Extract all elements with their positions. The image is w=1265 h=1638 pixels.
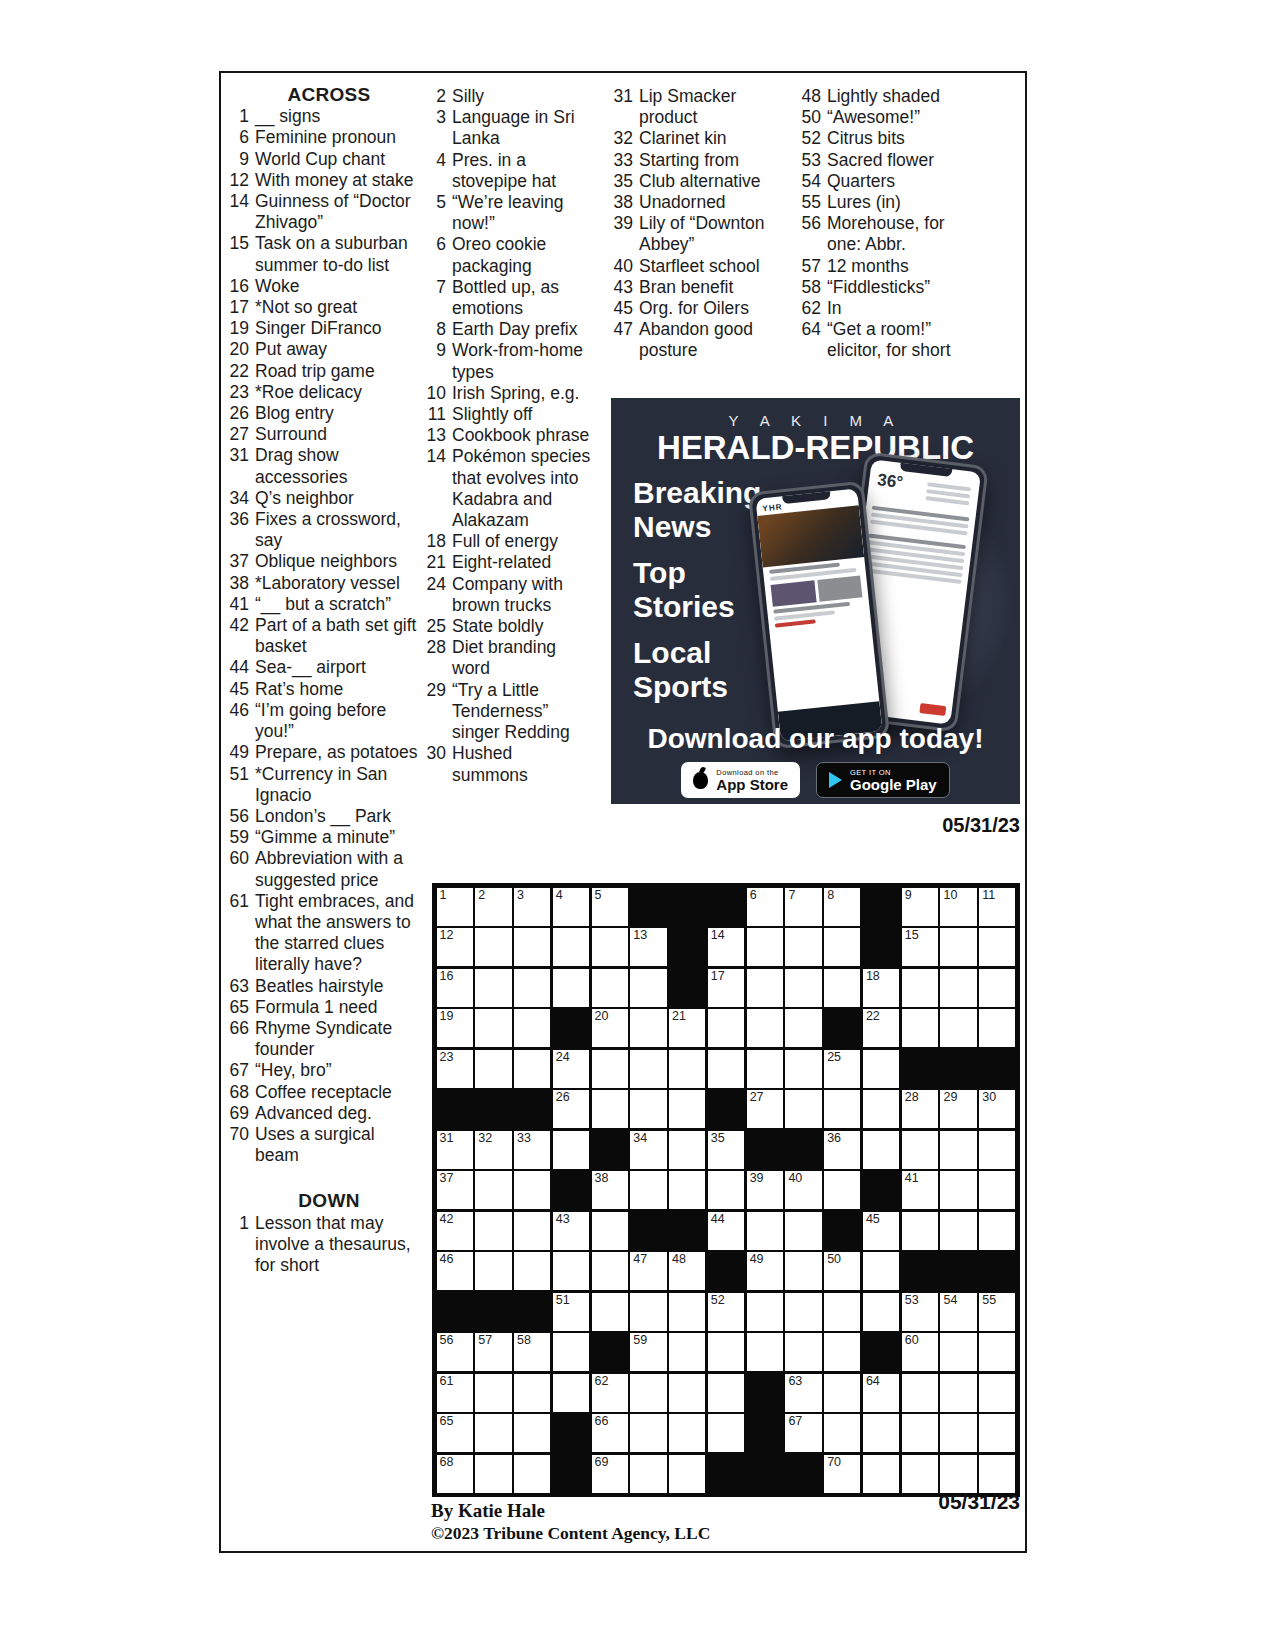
grid-cell-number: 45	[866, 1212, 880, 1226]
grid-cell[interactable]: 9	[902, 888, 938, 926]
grid-cell[interactable]: 61	[437, 1374, 473, 1412]
grid-cell[interactable]	[940, 1374, 976, 1412]
grid-cell[interactable]	[669, 1171, 705, 1209]
ad-cta: Download our app today!	[611, 723, 1020, 755]
grid-cell[interactable]	[940, 969, 976, 1007]
grid-cell-number: 39	[750, 1171, 764, 1185]
app-promo-ad: Y A K I M A HERALD-REPUBLIC Breaking New…	[611, 398, 1020, 804]
down-clue-50: 50“Awesome!”	[794, 107, 972, 128]
grid-cell[interactable]: 21	[669, 1009, 705, 1047]
clue-list-header: DOWN	[240, 1190, 418, 1211]
grid-cell[interactable]	[940, 1171, 976, 1209]
grid-cell[interactable]	[475, 1212, 511, 1250]
ad-feature-top-stories: Top Stories	[633, 556, 763, 624]
grid-cell[interactable]: 38	[592, 1171, 628, 1209]
grid-cell-number: 56	[440, 1333, 454, 1347]
down-clue-56: 56Morehouse, for one: Abbr.	[794, 213, 972, 255]
grid-cell[interactable]: 18	[863, 969, 899, 1007]
grid-cell[interactable]	[824, 1333, 860, 1371]
grid-cell-number: 61	[440, 1374, 454, 1388]
grid-cell[interactable]	[979, 1171, 1015, 1209]
across-clue-49: 49Prepare, as potatoes	[222, 742, 418, 763]
grid-cell[interactable]	[514, 1050, 550, 1088]
down-clue-62: 62In	[794, 298, 972, 319]
grid-cell[interactable]: 64	[863, 1374, 899, 1412]
grid-cell[interactable]	[708, 1171, 744, 1209]
grid-cell-black	[747, 1131, 783, 1169]
grid-cell[interactable]: 44	[708, 1212, 744, 1250]
grid-cell[interactable]	[863, 1252, 899, 1290]
grid-cell[interactable]: 43	[553, 1212, 589, 1250]
grid-cell[interactable]: 32	[475, 1131, 511, 1169]
app-store-badge[interactable]: Download on the App Store	[681, 762, 800, 798]
down-clue-9: 9Work-from-home types	[419, 340, 593, 382]
grid-cell[interactable]: 27	[747, 1090, 783, 1128]
grid-cell[interactable]	[863, 1414, 899, 1452]
grid-cell-number: 58	[517, 1333, 531, 1347]
grid-cell[interactable]: 16	[437, 969, 473, 1007]
grid-cell-number: 67	[788, 1414, 802, 1428]
grid-cell[interactable]	[514, 1374, 550, 1412]
grid-cell[interactable]	[940, 1212, 976, 1250]
grid-cell[interactable]	[940, 1131, 976, 1169]
grid-cell[interactable]: 11	[979, 888, 1015, 926]
grid-cell-number: 27	[750, 1090, 764, 1104]
ad-brand: HERALD-REPUBLIC	[611, 429, 1020, 467]
across-clue-68: 68Coffee receptacle	[222, 1082, 418, 1103]
grid-cell[interactable]	[514, 1212, 550, 1250]
grid-cell[interactable]	[747, 969, 783, 1007]
grid-cell-black	[475, 1293, 511, 1331]
across-clue-36: 36Fixes a crossword, say	[222, 509, 418, 551]
down-clue-58: 58“Fiddlesticks”	[794, 277, 972, 298]
grid-cell[interactable]	[514, 1252, 550, 1290]
grid-cell[interactable]: 13	[630, 928, 666, 966]
grid-cell[interactable]	[669, 1455, 705, 1493]
grid-cell[interactable]: 63	[785, 1374, 821, 1412]
across-clue-12: 12With money at stake	[222, 170, 418, 191]
grid-cell[interactable]: 66	[592, 1414, 628, 1452]
grid-cell[interactable]: 34	[630, 1131, 666, 1169]
down-clue-10: 10Irish Spring, e.g.	[419, 383, 593, 404]
grid-cell[interactable]	[824, 1090, 860, 1128]
grid-cell-number: 32	[478, 1131, 492, 1145]
grid-cell-black	[940, 1252, 976, 1290]
grid-cell[interactable]	[708, 1333, 744, 1371]
grid-cell[interactable]	[630, 1009, 666, 1047]
across-clue-27: 27Surround	[222, 424, 418, 445]
grid-cell[interactable]: 31	[437, 1131, 473, 1169]
grid-cell[interactable]: 5	[592, 888, 628, 926]
down-clue-55: 55Lures (in)	[794, 192, 972, 213]
across-clue-46: 46“I’m going before you!”	[222, 700, 418, 742]
grid-cell[interactable]	[979, 969, 1015, 1007]
grid-cell-number: 16	[440, 969, 454, 983]
grid-cell[interactable]: 39	[747, 1171, 783, 1209]
grid-cell[interactable]	[785, 1293, 821, 1331]
down-clue-43: 43Bran benefit	[606, 277, 778, 298]
grid-cell[interactable]: 40	[785, 1171, 821, 1209]
grid-cell-black	[824, 1212, 860, 1250]
grid-cell-number: 23	[440, 1050, 454, 1064]
grid-cell[interactable]: 50	[824, 1252, 860, 1290]
grid-cell[interactable]: 57	[475, 1333, 511, 1371]
grid-cell[interactable]: 8	[824, 888, 860, 926]
grid-cell-black	[553, 1414, 589, 1452]
grid-cell[interactable]	[979, 1455, 1015, 1493]
grid-cell-number: 70	[827, 1455, 841, 1469]
grid-cell-number: 26	[556, 1090, 570, 1104]
grid-cell[interactable]: 2	[475, 888, 511, 926]
grid-cell-number: 64	[866, 1374, 880, 1388]
grid-cell[interactable]	[592, 1050, 628, 1088]
grid-cell[interactable]	[630, 1090, 666, 1128]
grid-cell-number: 42	[440, 1212, 454, 1226]
grid-cell[interactable]	[669, 1131, 705, 1169]
grid-cell[interactable]	[785, 1090, 821, 1128]
app-store-badge-line2: App Store	[716, 777, 788, 792]
down-clue-6: 6Oreo cookie packaging	[419, 234, 593, 276]
down-clue-39: 39Lily of “Downton Abbey”	[606, 213, 778, 255]
grid-cell[interactable]	[863, 1090, 899, 1128]
grid-cell[interactable]	[747, 928, 783, 966]
across-clue-70: 70Uses a surgical beam	[222, 1124, 418, 1166]
grid-cell[interactable]	[708, 1414, 744, 1452]
grid-cell[interactable]	[747, 1293, 783, 1331]
grid-cell-number: 31	[440, 1131, 454, 1145]
grid-cell[interactable]	[785, 1333, 821, 1371]
grid-cell-black	[979, 1252, 1015, 1290]
grid-cell[interactable]: 12	[437, 928, 473, 966]
grid-cell[interactable]	[669, 1414, 705, 1452]
grid-cell[interactable]: 19	[437, 1009, 473, 1047]
play-icon	[829, 772, 842, 788]
grid-cell[interactable]	[902, 969, 938, 1007]
across-clue-9: 9World Cup chant	[222, 149, 418, 170]
grid-cell[interactable]	[514, 1009, 550, 1047]
down-clue-57: 5712 months	[794, 256, 972, 277]
down-clue-4: 4Pres. in a stovepipe hat	[419, 150, 593, 192]
grid-cell[interactable]	[475, 1252, 511, 1290]
grid-cell[interactable]	[824, 1171, 860, 1209]
grid-cell[interactable]: 1	[437, 888, 473, 926]
grid-cell[interactable]: 15	[902, 928, 938, 966]
grid-cell-black	[747, 1374, 783, 1412]
grid-cell[interactable]: 54	[940, 1293, 976, 1331]
grid-cell[interactable]	[475, 1455, 511, 1493]
clue-column-3: 31Lip Smacker product32Clarinet kin33Sta…	[606, 86, 778, 362]
grid-cell-number: 28	[905, 1090, 919, 1104]
grid-cell[interactable]	[475, 928, 511, 966]
grid-cell[interactable]	[630, 1414, 666, 1452]
grid-cell[interactable]	[630, 1171, 666, 1209]
grid-cell[interactable]	[863, 1455, 899, 1493]
grid-cell[interactable]	[979, 1009, 1015, 1047]
grid-cell[interactable]	[669, 1374, 705, 1412]
grid-cell[interactable]	[902, 1212, 938, 1250]
across-clue-14: 14Guinness of “Doctor Zhivago”	[222, 191, 418, 233]
grid-cell-black	[475, 1090, 511, 1128]
grid-cell-number: 12	[440, 928, 454, 942]
across-clue-42: 42Part of a bath set gift basket	[222, 615, 418, 657]
grid-cell[interactable]	[630, 1050, 666, 1088]
grid-cell[interactable]	[514, 928, 550, 966]
grid-cell-number: 41	[905, 1171, 919, 1185]
grid-cell-number: 18	[866, 969, 880, 983]
grid-cell[interactable]	[592, 1090, 628, 1128]
grid-cell[interactable]	[979, 1212, 1015, 1250]
grid-cell-number: 66	[595, 1414, 609, 1428]
grid-cell[interactable]: 29	[940, 1090, 976, 1128]
grid-cell[interactable]	[553, 1333, 589, 1371]
grid-cell-black	[630, 1212, 666, 1250]
grid-cell[interactable]	[630, 969, 666, 1007]
down-clue-64: 64“Get a room!” elicitor, for short	[794, 319, 972, 361]
grid-cell[interactable]	[747, 1009, 783, 1047]
across-clue-38: 38*Laboratory vessel	[222, 573, 418, 594]
grid-cell[interactable]	[514, 1171, 550, 1209]
grid-cell[interactable]	[553, 1252, 589, 1290]
grid-cell[interactable]	[785, 1050, 821, 1088]
grid-cell[interactable]	[785, 1252, 821, 1290]
grid-cell[interactable]	[979, 1414, 1015, 1452]
grid-cell[interactable]: 10	[940, 888, 976, 926]
grid-cell[interactable]: 60	[902, 1333, 938, 1371]
news-thumb	[817, 575, 863, 601]
grid-cell[interactable]	[475, 1374, 511, 1412]
grid-cell-number: 65	[440, 1414, 454, 1428]
grid-cell-number: 55	[982, 1293, 996, 1307]
grid-cell[interactable]	[514, 969, 550, 1007]
grid-cell[interactable]	[785, 1009, 821, 1047]
grid-cell[interactable]: 41	[902, 1171, 938, 1209]
grid-cell[interactable]	[824, 1374, 860, 1412]
grid-cell[interactable]: 4	[553, 888, 589, 926]
grid-cell-number: 60	[905, 1333, 919, 1347]
grid-cell[interactable]: 42	[437, 1212, 473, 1250]
grid-cell-number: 19	[440, 1009, 454, 1023]
grid-cell[interactable]	[708, 1374, 744, 1412]
grid-cell[interactable]: 45	[863, 1212, 899, 1250]
grid-cell-number: 49	[750, 1252, 764, 1266]
down-clue-54: 54Quarters	[794, 171, 972, 192]
down-clue-35: 35Club alternative	[606, 171, 778, 192]
grid-cell[interactable]	[475, 1050, 511, 1088]
grid-cell[interactable]: 6	[747, 888, 783, 926]
grid-cell-black	[669, 888, 705, 926]
grid-cell-black	[553, 1171, 589, 1209]
grid-cell[interactable]: 70	[824, 1455, 860, 1493]
google-play-badge[interactable]: GET IT ON Google Play	[816, 762, 950, 798]
grid-cell[interactable]	[475, 969, 511, 1007]
grid-cell[interactable]	[979, 1333, 1015, 1371]
grid-cell[interactable]	[902, 1374, 938, 1412]
grid-cell[interactable]	[592, 1212, 628, 1250]
grid-cell[interactable]	[863, 1131, 899, 1169]
grid-cell[interactable]: 67	[785, 1414, 821, 1452]
grid-cell-black	[708, 1252, 744, 1290]
grid-cell-number: 30	[982, 1090, 996, 1104]
grid-cell[interactable]	[592, 1293, 628, 1331]
grid-cell-black	[863, 928, 899, 966]
grid-cell-black	[437, 1293, 473, 1331]
grid-cell-number: 21	[672, 1009, 686, 1023]
grid-cell[interactable]: 26	[553, 1090, 589, 1128]
grid-cell[interactable]	[475, 1009, 511, 1047]
news-photo	[757, 505, 864, 567]
grid-cell[interactable]	[708, 1050, 744, 1088]
down-clue-48: 48Lightly shaded	[794, 86, 972, 107]
grid-cell[interactable]	[940, 1414, 976, 1452]
grid-cell[interactable]	[824, 928, 860, 966]
grid-cell-number: 10	[943, 888, 957, 902]
grid-cell[interactable]: 25	[824, 1050, 860, 1088]
grid-cell-number: 14	[711, 928, 725, 942]
grid-cell[interactable]	[630, 1293, 666, 1331]
grid-cell-black	[863, 1171, 899, 1209]
down-clue-40: 40Starfleet school	[606, 256, 778, 277]
across-clue-34: 34Q’s neighbor	[222, 488, 418, 509]
down-clue-14: 14Pokémon species that evolves into Kada…	[419, 446, 593, 531]
grid-cell[interactable]	[630, 1374, 666, 1412]
grid-cell-black	[669, 928, 705, 966]
grid-cell[interactable]	[863, 1293, 899, 1331]
grid-cell[interactable]: 59	[630, 1333, 666, 1371]
grid-cell-black	[747, 1414, 783, 1452]
grid-cell[interactable]: 69	[592, 1455, 628, 1493]
grid-cell[interactable]: 36	[824, 1131, 860, 1169]
grid-cell[interactable]: 49	[747, 1252, 783, 1290]
grid-cell[interactable]	[630, 1455, 666, 1493]
grid-cell-number: 53	[905, 1293, 919, 1307]
grid-cell[interactable]	[979, 1131, 1015, 1169]
byline: By Katie Hale	[431, 1500, 545, 1522]
grid-cell[interactable]	[940, 1455, 976, 1493]
grid-cell-black	[785, 1455, 821, 1493]
google-play-badge-line2: Google Play	[850, 777, 937, 792]
across-clue-44: 44Sea-__ airport	[222, 657, 418, 678]
grid-cell[interactable]	[553, 1131, 589, 1169]
grid-cell[interactable]	[824, 969, 860, 1007]
grid-cell[interactable]	[669, 1293, 705, 1331]
grid-cell[interactable]: 55	[979, 1293, 1015, 1331]
across-clue-1: 1__ signs	[222, 106, 418, 127]
across-clue-6: 6Feminine pronoun	[222, 127, 418, 148]
grid-cell[interactable]	[747, 1050, 783, 1088]
grid-cell[interactable]: 33	[514, 1131, 550, 1169]
grid-cell[interactable]	[863, 1050, 899, 1088]
down-clue-28: 28Diet branding word	[419, 637, 593, 679]
grid-cell[interactable]	[669, 1090, 705, 1128]
grid-cell[interactable]	[979, 1374, 1015, 1412]
grid-cell[interactable]: 35	[708, 1131, 744, 1169]
grid-cell[interactable]: 22	[863, 1009, 899, 1047]
grid-cell[interactable]: 17	[708, 969, 744, 1007]
grid-cell[interactable]	[553, 969, 589, 1007]
grid-cell-number: 35	[711, 1131, 725, 1145]
grid-cell[interactable]	[824, 1293, 860, 1331]
grid-cell[interactable]	[592, 928, 628, 966]
grid-cell[interactable]: 51	[553, 1293, 589, 1331]
grid-cell[interactable]	[824, 1414, 860, 1452]
grid-cell[interactable]: 24	[553, 1050, 589, 1088]
across-clue-15: 15Task on a suburban summer to-do list	[222, 233, 418, 275]
grid-cell[interactable]	[592, 1252, 628, 1290]
across-clue-16: 16Woke	[222, 276, 418, 297]
across-clue-20: 20Put away	[222, 339, 418, 360]
grid-cell-number: 13	[633, 928, 647, 942]
grid-cell-number: 8	[827, 888, 834, 902]
grid-cell[interactable]	[553, 928, 589, 966]
grid-cell[interactable]	[514, 1414, 550, 1452]
grid-cell[interactable]: 53	[902, 1293, 938, 1331]
grid-cell[interactable]	[592, 969, 628, 1007]
grid-cell[interactable]	[475, 1171, 511, 1209]
grid-cell[interactable]: 47	[630, 1252, 666, 1290]
grid-cell[interactable]: 68	[437, 1455, 473, 1493]
grid-cell[interactable]	[902, 1414, 938, 1452]
grid-cell[interactable]	[902, 1131, 938, 1169]
grid-cell[interactable]	[553, 1374, 589, 1412]
grid-cell[interactable]	[747, 1333, 783, 1371]
grid-cell[interactable]	[785, 928, 821, 966]
grid-cell[interactable]	[514, 1455, 550, 1493]
grid-cell[interactable]: 28	[902, 1090, 938, 1128]
grid-cell-black	[785, 1131, 821, 1169]
grid-cell[interactable]	[940, 1333, 976, 1371]
grid-cell[interactable]	[669, 1050, 705, 1088]
grid-cell[interactable]: 3	[514, 888, 550, 926]
grid-cell[interactable]: 20	[592, 1009, 628, 1047]
grid-cell[interactable]	[708, 1009, 744, 1047]
grid-cell[interactable]: 58	[514, 1333, 550, 1371]
grid-cell[interactable]: 48	[669, 1252, 705, 1290]
grid-cell[interactable]: 46	[437, 1252, 473, 1290]
grid-cell[interactable]: 14	[708, 928, 744, 966]
puzzle-date-bottom: 05/31/23	[820, 1490, 1020, 1514]
down-clue-45: 45Org. for Oilers	[606, 298, 778, 319]
grid-cell[interactable]	[747, 1212, 783, 1250]
grid-cell[interactable]	[475, 1414, 511, 1452]
grid-cell[interactable]	[669, 1333, 705, 1371]
grid-cell[interactable]: 30	[979, 1090, 1015, 1128]
across-clue-23: 23*Roe delicacy	[222, 382, 418, 403]
grid-cell[interactable]	[979, 928, 1015, 966]
grid-cell[interactable]: 65	[437, 1414, 473, 1452]
down-clue-47: 47Abandon good posture	[606, 319, 778, 361]
grid-cell[interactable]: 52	[708, 1293, 744, 1331]
grid-cell[interactable]: 7	[785, 888, 821, 926]
grid-cell-number: 40	[788, 1171, 802, 1185]
grid-cell[interactable]: 37	[437, 1171, 473, 1209]
grid-cell[interactable]	[940, 928, 976, 966]
grid-cell[interactable]	[902, 1455, 938, 1493]
grid-cell[interactable]	[785, 1212, 821, 1250]
grid-cell[interactable]: 23	[437, 1050, 473, 1088]
grid-cell-black	[669, 969, 705, 1007]
across-clue-69: 69Advanced deg.	[222, 1103, 418, 1124]
grid-cell-number: 51	[556, 1293, 570, 1307]
grid-cell[interactable]: 56	[437, 1333, 473, 1371]
grid-cell[interactable]	[902, 1009, 938, 1047]
grid-cell[interactable]	[940, 1009, 976, 1047]
grid-cell-number: 47	[633, 1252, 647, 1266]
across-clue-63: 63Beatles hairstyle	[222, 976, 418, 997]
grid-cell[interactable]: 62	[592, 1374, 628, 1412]
grid-cell-black	[708, 888, 744, 926]
grid-cell-black	[669, 1212, 705, 1250]
grid-cell[interactable]	[785, 969, 821, 1007]
